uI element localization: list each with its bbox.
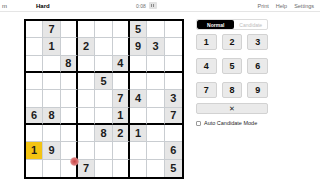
sudoku-cell-r3c6[interactable]: 4 (113, 56, 130, 73)
sudoku-cell-r2c8[interactable]: 3 (147, 38, 164, 55)
timer-group: 0:08 (136, 2, 157, 9)
sudoku-cell-r2c1[interactable] (26, 38, 43, 55)
numpad-key-9[interactable]: 9 (247, 82, 268, 98)
print-link[interactable]: Print (258, 3, 269, 9)
sudoku-cell-r9c1[interactable] (26, 160, 43, 177)
sudoku-cell-r8c7[interactable] (130, 142, 147, 159)
numpad-key-2[interactable]: 2 (222, 34, 243, 50)
sudoku-cell-r8c8[interactable] (147, 142, 164, 159)
sudoku-cell-r3c5[interactable] (95, 56, 112, 73)
auto-candidate-row: Auto Candidate Mode (196, 120, 268, 126)
numpad-key-4[interactable]: 4 (196, 58, 217, 74)
numpad-key-5[interactable]: 5 (222, 58, 243, 74)
sudoku-cell-r2c9[interactable] (165, 38, 182, 55)
top-nav: m Hard 0:08 Print Help Settings (0, 0, 320, 12)
sudoku-cell-r7c4[interactable] (78, 125, 95, 142)
sudoku-cell-r4c8[interactable] (147, 73, 164, 90)
sudoku-cell-r9c6[interactable] (113, 160, 130, 177)
numpad-key-3[interactable]: 3 (247, 34, 268, 50)
sudoku-cell-r9c7[interactable] (130, 160, 147, 177)
sudoku-cell-r9c4[interactable]: 7 (78, 160, 95, 177)
sudoku-cell-r1c8[interactable] (147, 21, 164, 38)
sudoku-cell-r4c2[interactable] (43, 73, 60, 90)
settings-link[interactable]: Settings (294, 3, 314, 9)
sudoku-cell-r8c1[interactable]: 1 (26, 142, 43, 159)
sudoku-cell-r9c2[interactable] (43, 160, 60, 177)
sudoku-cell-r7c8[interactable] (147, 125, 164, 142)
sudoku-cell-r9c8[interactable] (147, 160, 164, 177)
sudoku-cell-r3c1[interactable] (26, 56, 43, 73)
sudoku-cell-r5c1[interactable] (26, 90, 43, 107)
sudoku-cell-r2c5[interactable] (95, 38, 112, 55)
numpad-key-1[interactable]: 1 (196, 34, 217, 50)
sudoku-cell-r6c3[interactable] (61, 108, 78, 125)
sudoku-cell-r5c8[interactable] (147, 90, 164, 107)
sudoku-app: m Hard 0:08 Print Help Settings 75129384… (0, 0, 320, 180)
sudoku-cell-r7c5[interactable]: 8 (95, 125, 112, 142)
sudoku-cell-r2c4[interactable]: 2 (78, 38, 95, 55)
sudoku-cell-r3c2[interactable] (43, 56, 60, 73)
sudoku-cell-r1c3[interactable] (61, 21, 78, 38)
sudoku-cell-r1c6[interactable] (113, 21, 130, 38)
sudoku-cell-r1c1[interactable] (26, 21, 43, 38)
nav-links: Print Help Settings (258, 3, 315, 9)
sudoku-cell-r5c4[interactable] (78, 90, 95, 107)
sudoku-cell-r4c9[interactable] (165, 73, 182, 90)
sudoku-cell-r6c7[interactable] (130, 108, 147, 125)
normal-mode-button[interactable]: Normal (197, 20, 234, 29)
sudoku-cell-r5c3[interactable] (61, 90, 78, 107)
numpad-key-6[interactable]: 6 (247, 58, 268, 74)
entry-mode-toggle: Normal Candidate (196, 19, 268, 30)
sudoku-cell-r8c5[interactable] (95, 142, 112, 159)
delete-button[interactable]: ✕ (196, 103, 268, 114)
sudoku-cell-r9c5[interactable] (95, 160, 112, 177)
numpad-key-8[interactable]: 8 (222, 82, 243, 98)
sudoku-cell-r6c8[interactable] (147, 108, 164, 125)
sudoku-cell-r1c4[interactable] (78, 21, 95, 38)
difficulty-tab-hard[interactable]: Hard (36, 3, 50, 9)
sudoku-cell-r5c2[interactable] (43, 90, 60, 107)
candidate-mode-button[interactable]: Candidate (234, 20, 267, 29)
sudoku-cell-r8c2[interactable]: 9 (43, 142, 60, 159)
auto-candidate-checkbox[interactable] (196, 121, 201, 126)
auto-candidate-label: Auto Candidate Mode (204, 120, 257, 126)
sudoku-cell-r7c1[interactable] (26, 125, 43, 142)
sudoku-cell-r6c5[interactable] (95, 108, 112, 125)
sudoku-cell-r5c5[interactable] (95, 90, 112, 107)
sudoku-cell-r5c9[interactable]: 3 (165, 90, 182, 107)
sudoku-cell-r3c9[interactable] (165, 56, 182, 73)
sudoku-cell-r4c7[interactable] (130, 73, 147, 90)
sudoku-cell-r6c9[interactable]: 7 (165, 108, 182, 125)
sudoku-cell-r1c5[interactable] (95, 21, 112, 38)
sudoku-cell-r1c2[interactable]: 7 (43, 21, 60, 38)
sudoku-cell-r3c8[interactable] (147, 56, 164, 73)
sudoku-cell-r8c9[interactable]: 6 (165, 142, 182, 159)
sudoku-cell-r6c2[interactable]: 8 (43, 108, 60, 125)
sudoku-cell-r7c7[interactable]: 1 (130, 125, 147, 142)
numpad: 1 2 3 4 5 6 7 8 9 (196, 34, 268, 98)
sudoku-cell-r7c3[interactable] (61, 125, 78, 142)
sudoku-cell-r6c1[interactable]: 6 (26, 108, 43, 125)
control-panel: Normal Candidate 1 2 3 4 5 6 7 8 9 ✕ Aut… (196, 19, 268, 126)
numpad-key-7[interactable]: 7 (196, 82, 217, 98)
sudoku-cell-r9c9[interactable]: 5 (165, 160, 182, 177)
sudoku-cell-r4c4[interactable] (78, 73, 95, 90)
sudoku-cell-r2c3[interactable] (61, 38, 78, 55)
sudoku-cell-r1c7[interactable]: 5 (130, 21, 147, 38)
sudoku-cell-r7c6[interactable]: 2 (113, 125, 130, 142)
sudoku-cell-r3c7[interactable] (130, 56, 147, 73)
sudoku-cell-r6c6[interactable]: 1 (113, 108, 130, 125)
sudoku-cell-r4c1[interactable] (26, 73, 43, 90)
help-link[interactable]: Help (276, 3, 287, 9)
sudoku-board: 751293845743681782119675 (24, 19, 184, 179)
sudoku-cell-r7c9[interactable] (165, 125, 182, 142)
sudoku-cell-r4c6[interactable] (113, 73, 130, 90)
sudoku-cell-r2c2[interactable]: 1 (43, 38, 60, 55)
difficulty-tab-medium-partial[interactable]: m (2, 3, 7, 9)
mouse-click-indicator (70, 157, 79, 166)
sudoku-cell-r5c7[interactable]: 4 (130, 90, 147, 107)
timer: 0:08 (136, 3, 146, 9)
sudoku-cell-r2c7[interactable]: 9 (130, 38, 147, 55)
sudoku-cell-r6c4[interactable] (78, 108, 95, 125)
sudoku-cell-r4c5[interactable]: 5 (95, 73, 112, 90)
sudoku-cell-r5c6[interactable]: 7 (113, 90, 130, 107)
sudoku-cell-r4c3[interactable] (61, 73, 78, 90)
sudoku-cell-r1c9[interactable] (165, 21, 182, 38)
sudoku-cell-r2c6[interactable] (113, 38, 130, 55)
sudoku-cell-r8c6[interactable] (113, 142, 130, 159)
sudoku-cell-r7c2[interactable] (43, 125, 60, 142)
sudoku-cell-r8c4[interactable] (78, 142, 95, 159)
pause-icon[interactable] (149, 2, 157, 9)
sudoku-cell-r3c4[interactable] (78, 56, 95, 73)
sudoku-cell-r3c3[interactable]: 8 (61, 56, 78, 73)
